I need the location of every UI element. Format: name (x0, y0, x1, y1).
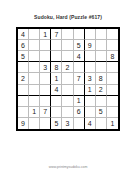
sudoku-cell[interactable]: 1 (74, 96, 85, 107)
sudoku-cell[interactable] (85, 62, 96, 73)
sudoku-cell[interactable] (62, 107, 73, 118)
footer-url[interactable]: www.printmysudoku.com (0, 165, 136, 169)
sudoku-cell[interactable]: 6 (74, 107, 85, 118)
sudoku-cell[interactable]: 7 (40, 107, 51, 118)
sudoku-cell[interactable] (51, 107, 62, 118)
sudoku-cell[interactable]: 5 (74, 40, 85, 51)
sudoku-cell[interactable] (18, 107, 29, 118)
sudoku-cell[interactable]: 2 (62, 62, 73, 73)
sudoku-cell[interactable] (40, 40, 51, 51)
sudoku-cell[interactable]: 5 (96, 107, 107, 118)
sudoku-cell[interactable] (96, 29, 107, 40)
sudoku-cell[interactable] (29, 85, 40, 96)
sudoku-cell[interactable]: 1 (29, 107, 40, 118)
sudoku-cell[interactable] (51, 96, 62, 107)
sudoku-cell[interactable] (29, 62, 40, 73)
sudoku-cell[interactable] (107, 96, 118, 107)
sudoku-cell[interactable] (29, 29, 40, 40)
sudoku-cell[interactable] (85, 107, 96, 118)
sudoku-cell[interactable]: 3 (85, 73, 96, 84)
sudoku-cell[interactable] (62, 96, 73, 107)
sudoku-cell[interactable]: 7 (51, 29, 62, 40)
sudoku-cell[interactable] (107, 73, 118, 84)
sudoku-cell[interactable] (74, 85, 85, 96)
sudoku-cell[interactable] (51, 51, 62, 62)
sudoku-cell[interactable] (96, 51, 107, 62)
page-title: Sudoku, Hard (Puzzle #617) (0, 14, 136, 20)
sudoku-cell[interactable]: 6 (18, 40, 29, 51)
sudoku-cell[interactable]: 9 (18, 118, 29, 129)
sudoku-cell[interactable] (18, 62, 29, 73)
sudoku-cell[interactable]: 4 (51, 85, 62, 96)
sudoku-cell[interactable] (74, 118, 85, 129)
sudoku-cell[interactable] (107, 62, 118, 73)
sudoku-cell[interactable] (74, 29, 85, 40)
sudoku-cell[interactable] (107, 40, 118, 51)
sudoku-cell[interactable] (29, 40, 40, 51)
sudoku-cell[interactable] (62, 40, 73, 51)
sudoku-cell[interactable]: 9 (85, 40, 96, 51)
sudoku-cell[interactable] (40, 118, 51, 129)
sudoku-cell[interactable] (96, 118, 107, 129)
sudoku-cell[interactable]: 8 (107, 51, 118, 62)
sudoku-cell[interactable] (107, 29, 118, 40)
sudoku-cell[interactable] (29, 51, 40, 62)
sudoku-cell[interactable]: 4 (74, 51, 85, 62)
sudoku-cell[interactable] (96, 96, 107, 107)
sudoku-cell[interactable] (62, 73, 73, 84)
sudoku-cell[interactable] (29, 73, 40, 84)
sudoku-cell[interactable]: 2 (18, 73, 29, 84)
sudoku-cell[interactable]: 1 (51, 73, 62, 84)
sudoku-cell[interactable]: 1 (85, 85, 96, 96)
sudoku-cell[interactable] (74, 62, 85, 73)
sudoku-cell[interactable] (51, 40, 62, 51)
sudoku-cell[interactable] (85, 96, 96, 107)
sudoku-cell[interactable]: 5 (18, 51, 29, 62)
sudoku-cell[interactable] (85, 29, 96, 40)
sudoku-cell[interactable] (40, 85, 51, 96)
sudoku-cell[interactable] (62, 29, 73, 40)
sudoku-cell[interactable]: 3 (40, 62, 51, 73)
sudoku-cell[interactable]: 5 (51, 118, 62, 129)
sudoku-grid: 417659548382217384121176595341 (18, 29, 118, 129)
sudoku-cell[interactable]: 1 (40, 29, 51, 40)
sudoku-cell[interactable]: 8 (51, 62, 62, 73)
sudoku-cell[interactable] (62, 85, 73, 96)
sudoku-cell[interactable] (18, 96, 29, 107)
sudoku-cell[interactable] (18, 85, 29, 96)
sudoku-cell[interactable] (96, 62, 107, 73)
sudoku-cell[interactable]: 8 (96, 73, 107, 84)
sudoku-cell[interactable] (107, 107, 118, 118)
sudoku-cell[interactable] (85, 51, 96, 62)
sudoku-board: 417659548382217384121176595341 (16, 27, 120, 131)
sudoku-cell[interactable] (29, 118, 40, 129)
sudoku-cell[interactable]: 7 (74, 73, 85, 84)
sudoku-cell[interactable]: 3 (62, 118, 73, 129)
sudoku-cell[interactable]: 1 (107, 118, 118, 129)
sudoku-cell[interactable] (40, 51, 51, 62)
sudoku-page: Sudoku, Hard (Puzzle #617) 4176595483822… (0, 0, 136, 176)
sudoku-cell[interactable] (107, 85, 118, 96)
sudoku-cell[interactable] (29, 96, 40, 107)
sudoku-cell[interactable] (40, 73, 51, 84)
sudoku-cell[interactable]: 2 (96, 85, 107, 96)
sudoku-cell[interactable]: 4 (85, 118, 96, 129)
sudoku-cell[interactable]: 4 (18, 29, 29, 40)
sudoku-cell[interactable] (40, 96, 51, 107)
sudoku-cell[interactable] (96, 40, 107, 51)
sudoku-cell[interactable] (62, 51, 73, 62)
